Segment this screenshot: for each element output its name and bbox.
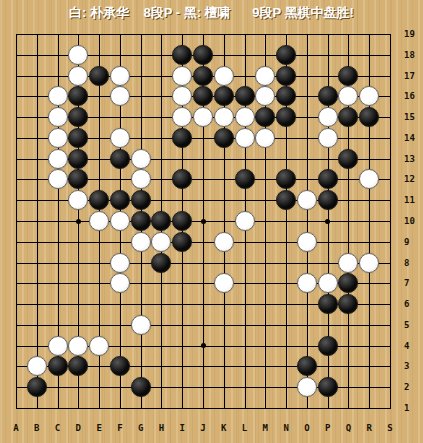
stone-black	[338, 273, 358, 293]
row-label: 17	[404, 71, 423, 81]
row-label: 4	[404, 341, 423, 351]
app-window: 白: 朴承华 8段P - 黑: 檀啸 9段P 黑棋中盘胜! A19B18C17D…	[0, 0, 423, 443]
stone-black	[172, 169, 192, 189]
stone-black	[297, 356, 317, 376]
stone-black	[131, 377, 151, 397]
stone-white	[48, 128, 68, 148]
row-label: 19	[404, 29, 423, 39]
column-label: C	[50, 423, 66, 434]
column-label: P	[320, 423, 336, 434]
row-label: 7	[404, 278, 423, 288]
stone-white	[110, 86, 130, 106]
stone-white	[131, 232, 151, 252]
stone-black	[110, 356, 130, 376]
stone-black	[193, 86, 213, 106]
stone-black	[172, 232, 192, 252]
stone-white	[110, 66, 130, 86]
row-label: 3	[404, 361, 423, 371]
row-label: 2	[404, 382, 423, 392]
stone-white	[235, 128, 255, 148]
stone-black	[68, 107, 88, 127]
stone-white	[297, 377, 317, 397]
column-label: N	[278, 423, 294, 434]
stone-black	[68, 128, 88, 148]
grid-line-horizontal	[16, 408, 391, 409]
stone-white	[359, 169, 379, 189]
stone-white	[48, 86, 68, 106]
row-label: 18	[404, 50, 423, 60]
stone-black	[172, 128, 192, 148]
stone-black	[276, 107, 296, 127]
stone-black	[235, 86, 255, 106]
stone-white	[48, 169, 68, 189]
stone-black	[110, 190, 130, 210]
stone-white	[172, 107, 192, 127]
stone-black	[276, 190, 296, 210]
row-label: 6	[404, 299, 423, 309]
stone-white	[297, 190, 317, 210]
stone-black	[68, 149, 88, 169]
stone-white	[68, 190, 88, 210]
stone-white	[214, 232, 234, 252]
stone-white	[338, 253, 358, 273]
grid-line-horizontal	[16, 325, 391, 326]
stone-white	[255, 86, 275, 106]
stone-white	[110, 128, 130, 148]
stone-white	[27, 356, 47, 376]
row-label: 8	[404, 258, 423, 268]
stone-black	[214, 86, 234, 106]
stone-black	[338, 66, 358, 86]
star-point	[76, 219, 81, 224]
star-point	[325, 219, 330, 224]
stone-white	[110, 273, 130, 293]
stone-white	[172, 86, 192, 106]
stone-black	[318, 377, 338, 397]
stone-white	[359, 253, 379, 273]
stone-white	[68, 66, 88, 86]
stone-black	[276, 86, 296, 106]
stone-black	[48, 356, 68, 376]
column-label: L	[237, 423, 253, 434]
stone-white	[48, 107, 68, 127]
stone-white	[235, 211, 255, 231]
stone-black	[27, 377, 47, 397]
stone-white	[151, 232, 171, 252]
stone-black	[89, 190, 109, 210]
stone-white	[48, 336, 68, 356]
stone-white	[318, 107, 338, 127]
stone-white	[68, 336, 88, 356]
stone-black	[276, 45, 296, 65]
stone-white	[193, 107, 213, 127]
stone-white	[110, 253, 130, 273]
stone-black	[193, 66, 213, 86]
row-label: 15	[404, 112, 423, 122]
star-point	[201, 219, 206, 224]
stone-black	[214, 128, 234, 148]
grid-line-horizontal	[16, 242, 391, 243]
stone-black	[359, 107, 379, 127]
stone-black	[131, 190, 151, 210]
stone-white	[131, 315, 151, 335]
stone-black	[172, 211, 192, 231]
stone-black	[338, 294, 358, 314]
row-label: 10	[404, 216, 423, 226]
stone-black	[151, 253, 171, 273]
column-label: B	[29, 423, 45, 434]
row-label: 9	[404, 237, 423, 247]
go-board[interactable]: A19B18C17D16E15F14G13H12I11J10K9L8M7N6O5…	[0, 0, 423, 443]
stone-black	[338, 149, 358, 169]
row-label: 12	[404, 174, 423, 184]
stone-black	[318, 190, 338, 210]
row-label: 13	[404, 154, 423, 164]
row-label: 1	[404, 403, 423, 413]
stone-white	[255, 66, 275, 86]
stone-white	[68, 45, 88, 65]
stone-white	[255, 128, 275, 148]
column-label: M	[257, 423, 273, 434]
column-label: J	[195, 423, 211, 434]
stone-black	[235, 169, 255, 189]
column-label: G	[133, 423, 149, 434]
stone-black	[255, 107, 275, 127]
stone-black	[193, 45, 213, 65]
stone-black	[276, 66, 296, 86]
stone-white	[172, 66, 192, 86]
stone-black	[89, 66, 109, 86]
grid-line-vertical	[390, 34, 391, 409]
stone-white	[338, 86, 358, 106]
stone-white	[359, 86, 379, 106]
stone-black	[318, 336, 338, 356]
column-label: A	[8, 423, 24, 434]
stone-black	[151, 211, 171, 231]
stone-white	[318, 128, 338, 148]
stone-white	[110, 211, 130, 231]
star-point	[201, 343, 206, 348]
row-label: 14	[404, 133, 423, 143]
stone-black	[338, 107, 358, 127]
row-label: 5	[404, 320, 423, 330]
column-label: E	[91, 423, 107, 434]
column-label: Q	[340, 423, 356, 434]
stone-white	[131, 169, 151, 189]
stone-black	[276, 169, 296, 189]
stone-white	[89, 336, 109, 356]
grid-line-vertical	[307, 34, 308, 409]
stone-black	[172, 45, 192, 65]
stone-white	[318, 273, 338, 293]
grid-line-horizontal	[16, 263, 391, 264]
stone-white	[214, 273, 234, 293]
stone-black	[318, 86, 338, 106]
stone-white	[297, 273, 317, 293]
row-label: 11	[404, 195, 423, 205]
column-label: D	[70, 423, 86, 434]
stone-white	[235, 107, 255, 127]
column-label: K	[216, 423, 232, 434]
column-label: H	[153, 423, 169, 434]
stone-white	[214, 66, 234, 86]
stone-black	[318, 294, 338, 314]
stone-white	[131, 149, 151, 169]
row-label: 16	[404, 91, 423, 101]
column-label: O	[299, 423, 315, 434]
column-label: I	[174, 423, 190, 434]
column-label: S	[382, 423, 398, 434]
stone-white	[89, 211, 109, 231]
stone-black	[131, 211, 151, 231]
stone-black	[68, 169, 88, 189]
stone-white	[48, 149, 68, 169]
stone-black	[68, 356, 88, 376]
stone-white	[297, 232, 317, 252]
stone-black	[68, 86, 88, 106]
stone-white	[214, 107, 234, 127]
stone-black	[110, 149, 130, 169]
column-label: R	[361, 423, 377, 434]
column-label: F	[112, 423, 128, 434]
stone-black	[318, 169, 338, 189]
